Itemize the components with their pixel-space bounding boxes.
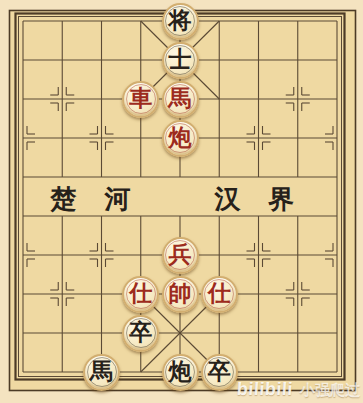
point-c8-r4[interactable] (317, 158, 356, 197)
point-c0-r0[interactable] (3, 2, 42, 41)
point-c0-r2[interactable] (3, 80, 42, 119)
point-c7-r6[interactable] (278, 236, 317, 275)
piece-glyph: 兵 (169, 243, 192, 266)
piece-black-general[interactable]: 将 (162, 3, 199, 40)
point-c4-r5[interactable] (160, 197, 199, 236)
point-c6-r1[interactable] (239, 41, 278, 80)
point-c7-r0[interactable] (278, 2, 317, 41)
piece-black-advisor[interactable]: 士 (162, 42, 199, 79)
point-c2-r5[interactable] (82, 197, 121, 236)
point-c3-r0[interactable] (121, 2, 160, 41)
point-c2-r7[interactable] (82, 275, 121, 314)
point-c7-r7[interactable] (278, 275, 317, 314)
bilibili-logo: bilibili (236, 379, 293, 400)
point-c7-r8[interactable] (278, 314, 317, 353)
point-c5-r6[interactable] (200, 236, 239, 275)
piece-black-soldier[interactable]: 卒 (201, 354, 238, 391)
piece-glyph: 炮 (169, 360, 192, 383)
board-grid: 将士車馬炮兵仕帥仕卒馬炮卒 (3, 2, 356, 392)
watermark: bilibili 小强爬过 (237, 379, 360, 400)
point-c6-r8[interactable] (239, 314, 278, 353)
piece-red-horse[interactable]: 馬 (162, 81, 199, 118)
point-c8-r1[interactable] (317, 41, 356, 80)
piece-glyph: 卒 (208, 360, 231, 383)
point-c5-r3[interactable] (200, 119, 239, 158)
point-c8-r8[interactable] (317, 314, 356, 353)
piece-glyph: 馬 (169, 87, 192, 110)
point-c7-r3[interactable] (278, 119, 317, 158)
point-c6-r5[interactable] (239, 197, 278, 236)
point-c2-r6[interactable] (82, 236, 121, 275)
piece-red-general[interactable]: 帥 (162, 276, 199, 313)
point-c8-r7[interactable] (317, 275, 356, 314)
point-c0-r6[interactable] (3, 236, 42, 275)
point-c1-r1[interactable] (43, 41, 82, 80)
point-c1-r7[interactable] (43, 275, 82, 314)
point-c5-r8[interactable] (200, 314, 239, 353)
point-c4-r8[interactable] (160, 314, 199, 353)
piece-glyph: 士 (169, 48, 192, 71)
point-c2-r2[interactable] (82, 80, 121, 119)
piece-red-advisor[interactable]: 仕 (122, 276, 159, 313)
point-c3-r6[interactable] (121, 236, 160, 275)
point-c3-r4[interactable] (121, 158, 160, 197)
point-c1-r8[interactable] (43, 314, 82, 353)
point-c2-r4[interactable] (82, 158, 121, 197)
point-c2-r0[interactable] (82, 2, 121, 41)
point-c1-r5[interactable] (43, 197, 82, 236)
point-c3-r5[interactable] (121, 197, 160, 236)
piece-glyph: 帥 (169, 282, 192, 305)
point-c6-r4[interactable] (239, 158, 278, 197)
point-c5-r0[interactable] (200, 2, 239, 41)
point-c1-r3[interactable] (43, 119, 82, 158)
point-c0-r4[interactable] (3, 158, 42, 197)
watermark-text: 小强爬过 (300, 381, 360, 400)
piece-red-cannon[interactable]: 炮 (162, 120, 199, 157)
piece-glyph: 馬 (90, 360, 113, 383)
piece-red-chariot[interactable]: 車 (122, 81, 159, 118)
point-c1-r6[interactable] (43, 236, 82, 275)
point-c8-r0[interactable] (317, 2, 356, 41)
point-c1-r0[interactable] (43, 2, 82, 41)
point-c6-r6[interactable] (239, 236, 278, 275)
point-c1-r9[interactable] (43, 353, 82, 392)
point-c0-r9[interactable] (3, 353, 42, 392)
piece-black-horse[interactable]: 馬 (83, 354, 120, 391)
point-c1-r4[interactable] (43, 158, 82, 197)
point-c0-r7[interactable] (3, 275, 42, 314)
point-c5-r4[interactable] (200, 158, 239, 197)
piece-black-cannon[interactable]: 炮 (162, 354, 199, 391)
point-c8-r3[interactable] (317, 119, 356, 158)
point-c6-r7[interactable] (239, 275, 278, 314)
point-c5-r1[interactable] (200, 41, 239, 80)
point-c7-r2[interactable] (278, 80, 317, 119)
point-c7-r5[interactable] (278, 197, 317, 236)
point-c2-r1[interactable] (82, 41, 121, 80)
piece-glyph: 仕 (129, 282, 152, 305)
point-c7-r4[interactable] (278, 158, 317, 197)
point-c0-r1[interactable] (3, 41, 42, 80)
xiangqi-app: 楚 河 汉 界 将士車馬炮兵仕帥仕卒馬炮卒 bilibili 小强爬过 (0, 0, 363, 403)
point-c8-r2[interactable] (317, 80, 356, 119)
piece-black-soldier[interactable]: 卒 (122, 315, 159, 352)
point-c5-r5[interactable] (200, 197, 239, 236)
point-c3-r3[interactable] (121, 119, 160, 158)
point-c0-r8[interactable] (3, 314, 42, 353)
point-c7-r1[interactable] (278, 41, 317, 80)
point-c8-r5[interactable] (317, 197, 356, 236)
point-c6-r2[interactable] (239, 80, 278, 119)
point-c3-r9[interactable] (121, 353, 160, 392)
piece-glyph: 仕 (208, 282, 231, 305)
piece-glyph: 卒 (129, 321, 152, 344)
point-c0-r3[interactable] (3, 119, 42, 158)
point-c6-r3[interactable] (239, 119, 278, 158)
point-c4-r4[interactable] (160, 158, 199, 197)
point-c0-r5[interactable] (3, 197, 42, 236)
piece-red-soldier[interactable]: 兵 (162, 237, 199, 274)
point-c1-r2[interactable] (43, 80, 82, 119)
piece-glyph: 車 (129, 87, 152, 110)
piece-glyph: 将 (169, 9, 192, 32)
piece-glyph: 炮 (169, 126, 192, 149)
point-c2-r8[interactable] (82, 314, 121, 353)
point-c2-r3[interactable] (82, 119, 121, 158)
piece-red-advisor[interactable]: 仕 (201, 276, 238, 313)
point-c8-r6[interactable] (317, 236, 356, 275)
point-c6-r0[interactable] (239, 2, 278, 41)
point-c3-r1[interactable] (121, 41, 160, 80)
point-c5-r2[interactable] (200, 80, 239, 119)
